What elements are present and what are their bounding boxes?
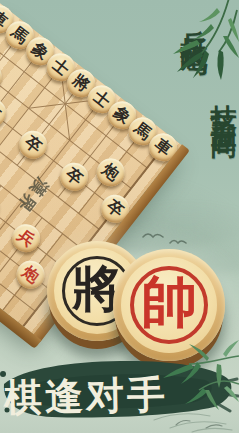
board-piece-卒: 卒 [14,125,53,164]
splash-screen: 楚河 漢界 車馬象士將士象馬車炮炮卒卒卒卒卒兵兵兵兵兵炮炮 將 帥 兵挺炮鸣 技… [0,0,239,433]
board-piece-炮: 炮 [91,153,130,192]
board-piece-卒: 卒 [0,93,12,132]
bamboo-decoration-bottom [161,330,239,422]
board-piece-卒: 卒 [54,157,93,196]
board-piece-炮: 炮 [0,57,7,96]
board-piece-兵: 兵 [0,187,5,226]
page-title: 棋逢对手 [3,369,168,423]
bamboo-decoration-top [167,0,239,96]
